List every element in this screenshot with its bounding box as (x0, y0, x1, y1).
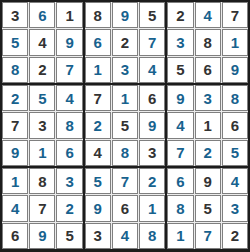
sudoku-cell-r9c1[interactable]: 6 (2, 223, 28, 249)
sudoku-cell-r7c6[interactable]: 2 (139, 168, 165, 194)
sudoku-cell-r5c6[interactable]: 9 (139, 112, 165, 138)
sudoku-cell-r6c2[interactable]: 1 (29, 140, 55, 166)
sudoku-cell-r1c4[interactable]: 8 (85, 2, 111, 28)
sudoku-cell-r6c7[interactable]: 7 (167, 140, 193, 166)
sudoku-cell-r1c6[interactable]: 5 (139, 2, 165, 28)
sudoku-cell-r6c1[interactable]: 9 (2, 140, 28, 166)
sudoku-box-0: 361549827 (2, 2, 83, 83)
sudoku-cell-r9c9[interactable]: 2 (222, 223, 248, 249)
sudoku-cell-r8c9[interactable]: 3 (222, 195, 248, 221)
sudoku-cell-r8c8[interactable]: 5 (195, 195, 221, 221)
sudoku-cell-r8c3[interactable]: 2 (56, 195, 82, 221)
sudoku-cell-r4c3[interactable]: 4 (56, 85, 82, 111)
sudoku-cell-r7c8[interactable]: 9 (195, 168, 221, 194)
sudoku-cell-r8c4[interactable]: 9 (85, 195, 111, 221)
sudoku-cell-r3c3[interactable]: 7 (56, 57, 82, 83)
sudoku-cell-r9c4[interactable]: 3 (85, 223, 111, 249)
sudoku-cell-r5c1[interactable]: 7 (2, 112, 28, 138)
sudoku-cell-r7c9[interactable]: 4 (222, 168, 248, 194)
sudoku-cell-r8c2[interactable]: 7 (29, 195, 55, 221)
sudoku-cell-r3c6[interactable]: 4 (139, 57, 165, 83)
sudoku-cell-r9c7[interactable]: 1 (167, 223, 193, 249)
sudoku-cell-r4c7[interactable]: 9 (167, 85, 193, 111)
sudoku-cell-r7c2[interactable]: 8 (29, 168, 55, 194)
sudoku-cell-r6c6[interactable]: 3 (139, 140, 165, 166)
sudoku-cell-r5c8[interactable]: 1 (195, 112, 221, 138)
sudoku-cell-r2c8[interactable]: 8 (195, 29, 221, 55)
sudoku-box-6: 183472695 (2, 168, 83, 249)
sudoku-cell-r9c3[interactable]: 5 (56, 223, 82, 249)
sudoku-cell-r3c1[interactable]: 8 (2, 57, 28, 83)
sudoku-cell-r6c4[interactable]: 4 (85, 140, 111, 166)
sudoku-cell-r6c3[interactable]: 6 (56, 140, 82, 166)
sudoku-cell-r6c8[interactable]: 2 (195, 140, 221, 166)
sudoku-box-1: 895627134 (85, 2, 166, 83)
sudoku-cell-r8c7[interactable]: 8 (167, 195, 193, 221)
sudoku-cell-r6c5[interactable]: 8 (112, 140, 138, 166)
sudoku-cell-r6c9[interactable]: 5 (222, 140, 248, 166)
sudoku-cell-r3c5[interactable]: 3 (112, 57, 138, 83)
sudoku-cell-r3c2[interactable]: 2 (29, 57, 55, 83)
sudoku-cell-r4c6[interactable]: 6 (139, 85, 165, 111)
sudoku-cell-r5c2[interactable]: 3 (29, 112, 55, 138)
sudoku-cell-r1c3[interactable]: 1 (56, 2, 82, 28)
sudoku-cell-r2c2[interactable]: 4 (29, 29, 55, 55)
sudoku-cell-r5c3[interactable]: 8 (56, 112, 82, 138)
sudoku-cell-r2c7[interactable]: 3 (167, 29, 193, 55)
sudoku-cell-r8c6[interactable]: 1 (139, 195, 165, 221)
sudoku-cell-r1c9[interactable]: 7 (222, 2, 248, 28)
sudoku-cell-r1c2[interactable]: 6 (29, 2, 55, 28)
sudoku-cell-r5c4[interactable]: 2 (85, 112, 111, 138)
sudoku-cell-r2c4[interactable]: 6 (85, 29, 111, 55)
sudoku-cell-r1c8[interactable]: 4 (195, 2, 221, 28)
sudoku-cell-r1c7[interactable]: 2 (167, 2, 193, 28)
sudoku-box-7: 572961348 (85, 168, 166, 249)
sudoku-cell-r7c4[interactable]: 5 (85, 168, 111, 194)
sudoku-cell-r3c9[interactable]: 9 (222, 57, 248, 83)
sudoku-cell-r7c1[interactable]: 1 (2, 168, 28, 194)
sudoku-cell-r9c8[interactable]: 7 (195, 223, 221, 249)
sudoku-cell-r4c5[interactable]: 1 (112, 85, 138, 111)
sudoku-cell-r4c8[interactable]: 3 (195, 85, 221, 111)
sudoku-cell-r9c2[interactable]: 9 (29, 223, 55, 249)
sudoku-cell-r1c5[interactable]: 9 (112, 2, 138, 28)
sudoku-cell-r7c7[interactable]: 6 (167, 168, 193, 194)
sudoku-cell-r5c5[interactable]: 5 (112, 112, 138, 138)
sudoku-cell-r4c2[interactable]: 5 (29, 85, 55, 111)
sudoku-cell-r1c1[interactable]: 3 (2, 2, 28, 28)
sudoku-cell-r4c1[interactable]: 2 (2, 85, 28, 111)
sudoku-box-3: 254738916 (2, 85, 83, 166)
sudoku-cell-r2c6[interactable]: 7 (139, 29, 165, 55)
sudoku-cell-r9c6[interactable]: 8 (139, 223, 165, 249)
sudoku-box-2: 247381569 (167, 2, 248, 83)
sudoku-cell-r4c4[interactable]: 7 (85, 85, 111, 111)
sudoku-cell-r2c9[interactable]: 1 (222, 29, 248, 55)
sudoku-cell-r9c5[interactable]: 4 (112, 223, 138, 249)
sudoku-cell-r3c7[interactable]: 5 (167, 57, 193, 83)
sudoku-cell-r2c5[interactable]: 2 (112, 29, 138, 55)
sudoku-box-4: 716259483 (85, 85, 166, 166)
sudoku-cell-r3c8[interactable]: 6 (195, 57, 221, 83)
sudoku-cell-r2c1[interactable]: 5 (2, 29, 28, 55)
sudoku-cell-r3c4[interactable]: 1 (85, 57, 111, 83)
sudoku-cell-r8c1[interactable]: 4 (2, 195, 28, 221)
sudoku-cell-r7c3[interactable]: 3 (56, 168, 82, 194)
sudoku-cell-r2c3[interactable]: 9 (56, 29, 82, 55)
sudoku-cell-r8c5[interactable]: 6 (112, 195, 138, 221)
sudoku-cell-r5c7[interactable]: 4 (167, 112, 193, 138)
sudoku-box-8: 694853172 (167, 168, 248, 249)
sudoku-board: 3615498278956271342473815692547389167162… (0, 0, 250, 252)
sudoku-box-5: 938416725 (167, 85, 248, 166)
sudoku-cell-r4c9[interactable]: 8 (222, 85, 248, 111)
sudoku-cell-r7c5[interactable]: 7 (112, 168, 138, 194)
sudoku-cell-r5c9[interactable]: 6 (222, 112, 248, 138)
